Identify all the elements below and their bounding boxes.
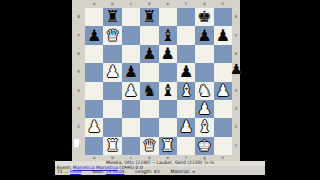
file-labels-top: abcdefgh [85, 0, 232, 8]
rank-label-5: 5 [72, 63, 85, 81]
piece-white-queen[interactable]: ♛ [105, 28, 119, 44]
square-e1[interactable]: ♜ [159, 137, 177, 155]
piece-black-pawn[interactable]: ♟ [87, 28, 101, 44]
square-h3[interactable] [214, 100, 232, 118]
last-move-link[interactable]: Rxd4 [70, 169, 82, 174]
square-d7[interactable] [140, 26, 158, 44]
square-a6[interactable] [85, 45, 103, 63]
file-label-b: b [103, 0, 121, 8]
square-h7[interactable]: ♟ [214, 26, 232, 44]
square-g8[interactable]: ♚ [195, 8, 213, 26]
square-g7[interactable]: ♟ [195, 26, 213, 44]
square-e4[interactable]: ♝ [159, 82, 177, 100]
game-info-panel: Mieska, Otto (2240) -- Lauber, Gerd (223… [55, 161, 265, 175]
square-c3[interactable] [122, 100, 140, 118]
square-a5[interactable] [85, 63, 103, 81]
piece-black-rook[interactable]: ♜ [142, 9, 156, 25]
black-to-move-pawn-icon: ♟ [230, 62, 243, 76]
square-b6[interactable] [103, 45, 121, 63]
square-g4[interactable]: ♞ [195, 82, 213, 100]
piece-black-rook[interactable]: ♜ [105, 9, 119, 25]
square-d3[interactable] [140, 100, 158, 118]
square-a8[interactable] [85, 8, 103, 26]
square-g3[interactable]: ♟ [195, 100, 213, 118]
square-c1[interactable] [122, 137, 140, 155]
square-f2[interactable]: ♟ [177, 118, 195, 136]
piece-white-rook[interactable]: ♜ [105, 138, 119, 154]
rank-label-4: 4 [232, 82, 240, 100]
square-f7[interactable] [177, 26, 195, 44]
square-c7[interactable] [122, 26, 140, 44]
square-b7[interactable]: ♛ [103, 26, 121, 44]
square-h2[interactable] [214, 118, 232, 136]
square-e6[interactable]: ♟ [159, 45, 177, 63]
square-a1[interactable] [85, 137, 103, 155]
square-g2[interactable]: ♝ [195, 118, 213, 136]
square-c6[interactable] [122, 45, 140, 63]
video-frame: abcdefgh abcdefgh 87654321 87654321 ♜♜♚♟… [0, 0, 320, 180]
square-e8[interactable] [159, 8, 177, 26]
rank-label-8: 8 [232, 8, 240, 26]
rank-label-7: 7 [232, 26, 240, 44]
square-d8[interactable]: ♜ [140, 8, 158, 26]
file-label-d: d [140, 0, 158, 8]
piece-black-pawn[interactable]: ♟ [124, 64, 138, 80]
square-e5[interactable] [159, 63, 177, 81]
piece-white-pawn[interactable]: ♟ [87, 119, 101, 135]
square-a7[interactable]: ♟ [85, 26, 103, 44]
rank-labels-left: 87654321 [72, 8, 85, 155]
rank-label-8: 8 [72, 8, 85, 26]
file-label-g: g [195, 0, 213, 8]
square-e2[interactable] [159, 118, 177, 136]
next-label: Next: [92, 169, 104, 174]
square-g5[interactable] [195, 63, 213, 81]
piece-white-pawn[interactable]: ♟ [124, 83, 138, 99]
piece-black-pawn[interactable]: ♟ [197, 28, 211, 44]
rank-labels-right: 87654321 [232, 8, 240, 155]
length-value: 43 [154, 169, 160, 174]
rank-label-2: 2 [72, 118, 85, 136]
chess-board[interactable]: ♜♜♚♟♛♝♟♟♟♟♟♟♟♟♞♝♝♞♟♟♟♟♝♜♛♜♚ [85, 8, 232, 155]
square-d6[interactable]: ♟ [140, 45, 158, 63]
square-b5[interactable]: ♟ [103, 63, 121, 81]
square-d2[interactable] [140, 118, 158, 136]
square-b8[interactable]: ♜ [103, 8, 121, 26]
piece-white-rook[interactable]: ♜ [161, 138, 175, 154]
file-label-c: c [122, 0, 140, 8]
file-label-e: e [159, 0, 177, 8]
square-f4[interactable]: ♝ [177, 82, 195, 100]
square-h8[interactable] [214, 8, 232, 26]
move-status-line: 71 ... Rxd4 Next: 14.Rxd4 Length: 43 Mat… [55, 170, 265, 175]
piece-white-pawn[interactable]: ♟ [179, 119, 193, 135]
square-g6[interactable] [195, 45, 213, 63]
file-label-f: f [177, 0, 195, 8]
piece-black-king[interactable]: ♚ [197, 9, 211, 25]
square-f6[interactable] [177, 45, 195, 63]
piece-white-pawn[interactable]: ♟ [216, 83, 230, 99]
rank-label-7: 7 [72, 26, 85, 44]
next-move-link[interactable]: 14.Rxd4 [106, 169, 125, 174]
piece-white-pawn[interactable]: ♟ [197, 101, 211, 117]
rank-label-6: 6 [72, 45, 85, 63]
piece-white-queen[interactable]: ♛ [142, 138, 156, 154]
piece-black-pawn[interactable]: ♟ [216, 28, 230, 44]
square-d4[interactable]: ♞ [140, 82, 158, 100]
square-a2[interactable]: ♟ [85, 118, 103, 136]
file-label-h: h [214, 0, 232, 8]
file-label-a: a [85, 0, 103, 8]
material-value: = [192, 169, 196, 174]
square-f1[interactable] [177, 137, 195, 155]
square-c5[interactable]: ♟ [122, 63, 140, 81]
rank-label-3: 3 [72, 100, 85, 118]
material-label: Material: [170, 169, 190, 174]
rank-label-3: 3 [232, 100, 240, 118]
piece-black-bishop[interactable]: ♝ [161, 83, 175, 99]
square-b4[interactable] [103, 82, 121, 100]
square-a4[interactable] [85, 82, 103, 100]
square-c8[interactable] [122, 8, 140, 26]
square-e3[interactable] [159, 100, 177, 118]
square-c4[interactable]: ♟ [122, 82, 140, 100]
square-b3[interactable] [103, 100, 121, 118]
piece-black-pawn[interactable]: ♟ [142, 46, 156, 62]
piece-white-king[interactable]: ♚ [197, 138, 211, 154]
rank-label-1: 1 [232, 137, 240, 155]
square-b2[interactable] [103, 118, 121, 136]
square-f8[interactable] [177, 8, 195, 26]
move-number: 71 [57, 169, 63, 174]
piece-black-knight[interactable]: ♞ [142, 83, 156, 99]
square-b1[interactable]: ♜ [103, 137, 121, 155]
length-label: Length: [135, 169, 152, 174]
piece-white-bishop[interactable]: ♝ [179, 83, 193, 99]
piece-white-knight[interactable]: ♞ [197, 83, 211, 99]
piece-black-bishop[interactable]: ♝ [161, 28, 175, 44]
square-h1[interactable] [214, 137, 232, 155]
square-d5[interactable] [140, 63, 158, 81]
square-c2[interactable] [122, 118, 140, 136]
piece-black-pawn[interactable]: ♟ [179, 64, 193, 80]
square-e7[interactable]: ♝ [159, 26, 177, 44]
piece-white-bishop[interactable]: ♝ [197, 119, 211, 135]
piece-black-pawn[interactable]: ♟ [161, 46, 175, 62]
square-f3[interactable] [177, 100, 195, 118]
rank-label-4: 4 [72, 82, 85, 100]
square-a3[interactable] [85, 100, 103, 118]
square-f5[interactable]: ♟ [177, 63, 195, 81]
square-h4[interactable]: ♟ [214, 82, 232, 100]
move-dots: ... [64, 169, 68, 174]
piece-white-pawn[interactable]: ♟ [105, 64, 119, 80]
rank-label-2: 2 [232, 118, 240, 136]
square-g1[interactable]: ♚ [195, 137, 213, 155]
square-d1[interactable]: ♛ [140, 137, 158, 155]
white-side-marker [74, 139, 79, 147]
chess-board-frame: abcdefgh abcdefgh 87654321 87654321 ♜♜♚♟… [72, 0, 240, 161]
